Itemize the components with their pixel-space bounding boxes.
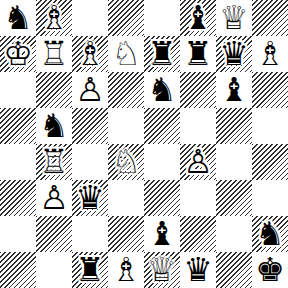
- square-f1[interactable]: ♛: [180, 252, 216, 288]
- square-c2[interactable]: [72, 216, 108, 252]
- square-e2[interactable]: ♝: [144, 216, 180, 252]
- square-a6[interactable]: [0, 72, 36, 108]
- piece-white-king-icon: ♔: [3, 36, 33, 72]
- square-h1[interactable]: ♚: [252, 252, 288, 288]
- square-f3[interactable]: [180, 180, 216, 216]
- square-a8[interactable]: ♞: [0, 0, 36, 36]
- piece-black-queen-icon: ♛: [75, 180, 105, 216]
- square-h2[interactable]: ♞: [252, 216, 288, 252]
- square-d8[interactable]: [108, 0, 144, 36]
- square-c5[interactable]: [72, 108, 108, 144]
- square-h5[interactable]: [252, 108, 288, 144]
- square-f2[interactable]: [180, 216, 216, 252]
- square-d3[interactable]: [108, 180, 144, 216]
- piece-white-bishop-icon: ♗: [39, 0, 69, 36]
- square-d1[interactable]: ♗: [108, 252, 144, 288]
- square-d2[interactable]: [108, 216, 144, 252]
- square-a7[interactable]: ♔: [0, 36, 36, 72]
- piece-white-queen-icon: ♕: [219, 0, 249, 36]
- piece-white-pawn-icon: ♙: [183, 144, 213, 180]
- square-b7[interactable]: ♖: [36, 36, 72, 72]
- square-f7[interactable]: ♜: [180, 36, 216, 72]
- square-h6[interactable]: [252, 72, 288, 108]
- square-e1[interactable]: ♕: [144, 252, 180, 288]
- square-e5[interactable]: [144, 108, 180, 144]
- square-d6[interactable]: [108, 72, 144, 108]
- piece-black-knight-icon: ♞: [147, 72, 177, 108]
- square-e7[interactable]: ♜: [144, 36, 180, 72]
- square-d5[interactable]: [108, 108, 144, 144]
- square-g8[interactable]: ♕: [216, 0, 252, 36]
- square-a2[interactable]: [0, 216, 36, 252]
- piece-white-rook-icon: ♖: [39, 36, 69, 72]
- square-h7[interactable]: ♗: [252, 36, 288, 72]
- square-c7[interactable]: ♗: [72, 36, 108, 72]
- square-d4[interactable]: ♘: [108, 144, 144, 180]
- square-f5[interactable]: [180, 108, 216, 144]
- square-b2[interactable]: [36, 216, 72, 252]
- square-b8[interactable]: ♗: [36, 0, 72, 36]
- square-h3[interactable]: [252, 180, 288, 216]
- square-a5[interactable]: [0, 108, 36, 144]
- square-e4[interactable]: [144, 144, 180, 180]
- square-e3[interactable]: [144, 180, 180, 216]
- square-c6[interactable]: ♙: [72, 72, 108, 108]
- piece-white-bishop-icon: ♗: [111, 252, 141, 288]
- square-c8[interactable]: [72, 0, 108, 36]
- piece-black-rook-icon: ♜: [147, 36, 177, 72]
- square-e8[interactable]: [144, 0, 180, 36]
- piece-black-bishop-icon: ♝: [183, 0, 213, 36]
- piece-black-rook-icon: ♜: [183, 36, 213, 72]
- square-b6[interactable]: [36, 72, 72, 108]
- piece-black-queen-icon: ♛: [183, 252, 213, 288]
- square-g2[interactable]: [216, 216, 252, 252]
- square-a3[interactable]: [0, 180, 36, 216]
- piece-white-bishop-icon: ♗: [75, 36, 105, 72]
- square-f4[interactable]: ♙: [180, 144, 216, 180]
- square-c4[interactable]: [72, 144, 108, 180]
- square-b4[interactable]: ♖: [36, 144, 72, 180]
- piece-black-queen-icon: ♛: [219, 36, 249, 72]
- square-g3[interactable]: [216, 180, 252, 216]
- square-g4[interactable]: [216, 144, 252, 180]
- piece-white-pawn-icon: ♙: [75, 72, 105, 108]
- square-b3[interactable]: ♙: [36, 180, 72, 216]
- piece-white-knight-icon: ♘: [111, 144, 141, 180]
- piece-white-pawn-icon: ♙: [39, 180, 69, 216]
- square-h8[interactable]: [252, 0, 288, 36]
- square-g7[interactable]: ♛: [216, 36, 252, 72]
- square-e6[interactable]: ♞: [144, 72, 180, 108]
- piece-white-queen-icon: ♕: [147, 252, 177, 288]
- square-b1[interactable]: [36, 252, 72, 288]
- square-a4[interactable]: [0, 144, 36, 180]
- piece-black-king-icon: ♚: [255, 252, 285, 288]
- piece-black-bishop-icon: ♝: [219, 72, 249, 108]
- piece-black-knight-icon: ♞: [3, 0, 33, 36]
- square-g6[interactable]: ♝: [216, 72, 252, 108]
- square-c3[interactable]: ♛: [72, 180, 108, 216]
- square-h4[interactable]: [252, 144, 288, 180]
- square-c1[interactable]: ♜: [72, 252, 108, 288]
- square-d7[interactable]: ♘: [108, 36, 144, 72]
- square-b5[interactable]: ♞: [36, 108, 72, 144]
- square-a1[interactable]: [0, 252, 36, 288]
- square-f6[interactable]: [180, 72, 216, 108]
- piece-black-knight-icon: ♞: [39, 108, 69, 144]
- piece-black-bishop-icon: ♝: [147, 216, 177, 252]
- piece-black-rook-icon: ♜: [75, 252, 105, 288]
- square-g1[interactable]: [216, 252, 252, 288]
- square-g5[interactable]: [216, 108, 252, 144]
- piece-white-bishop-icon: ♗: [255, 36, 285, 72]
- piece-white-knight-icon: ♘: [111, 36, 141, 72]
- chess-board: ♞♗♝♕♔♖♗♘♜♜♛♗♙♞♝♞♖♘♙♙♛♝♞♜♗♕♛♚: [0, 0, 288, 288]
- piece-white-rook-icon: ♖: [39, 144, 69, 180]
- piece-black-knight-icon: ♞: [255, 216, 285, 252]
- square-f8[interactable]: ♝: [180, 0, 216, 36]
